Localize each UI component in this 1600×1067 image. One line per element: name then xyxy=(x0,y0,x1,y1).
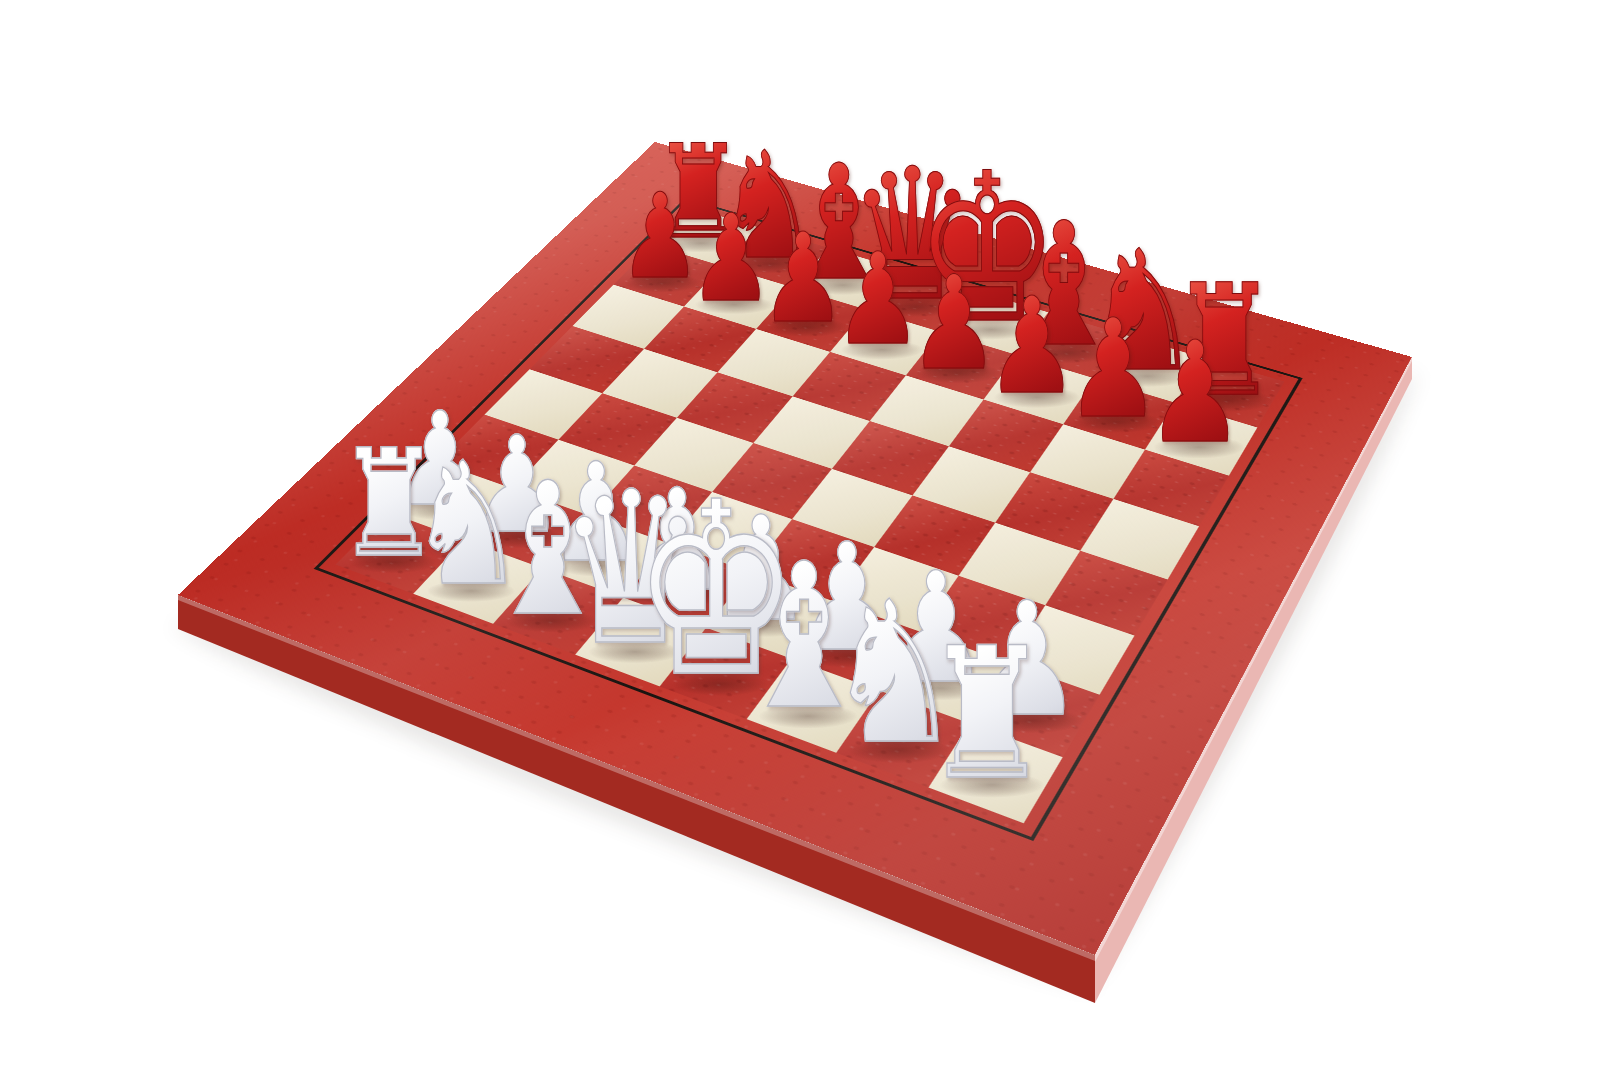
piece-red-pawn-h7[interactable]: ♟ xyxy=(1146,323,1244,463)
pieces-layer: ♜♞♝♛♚♝♞♜♟♟♟♟♟♟♟♟♟♟♟♟♟♟♟♟♜♞♝♛♚♝♞♜ xyxy=(0,0,1600,1067)
scene: ♜♞♝♛♚♝♞♜♟♟♟♟♟♟♟♟♟♟♟♟♟♟♟♟♜♞♝♛♚♝♞♜ xyxy=(0,0,1600,1067)
piece-white-rook-h1[interactable]: ♜ xyxy=(924,623,1051,805)
